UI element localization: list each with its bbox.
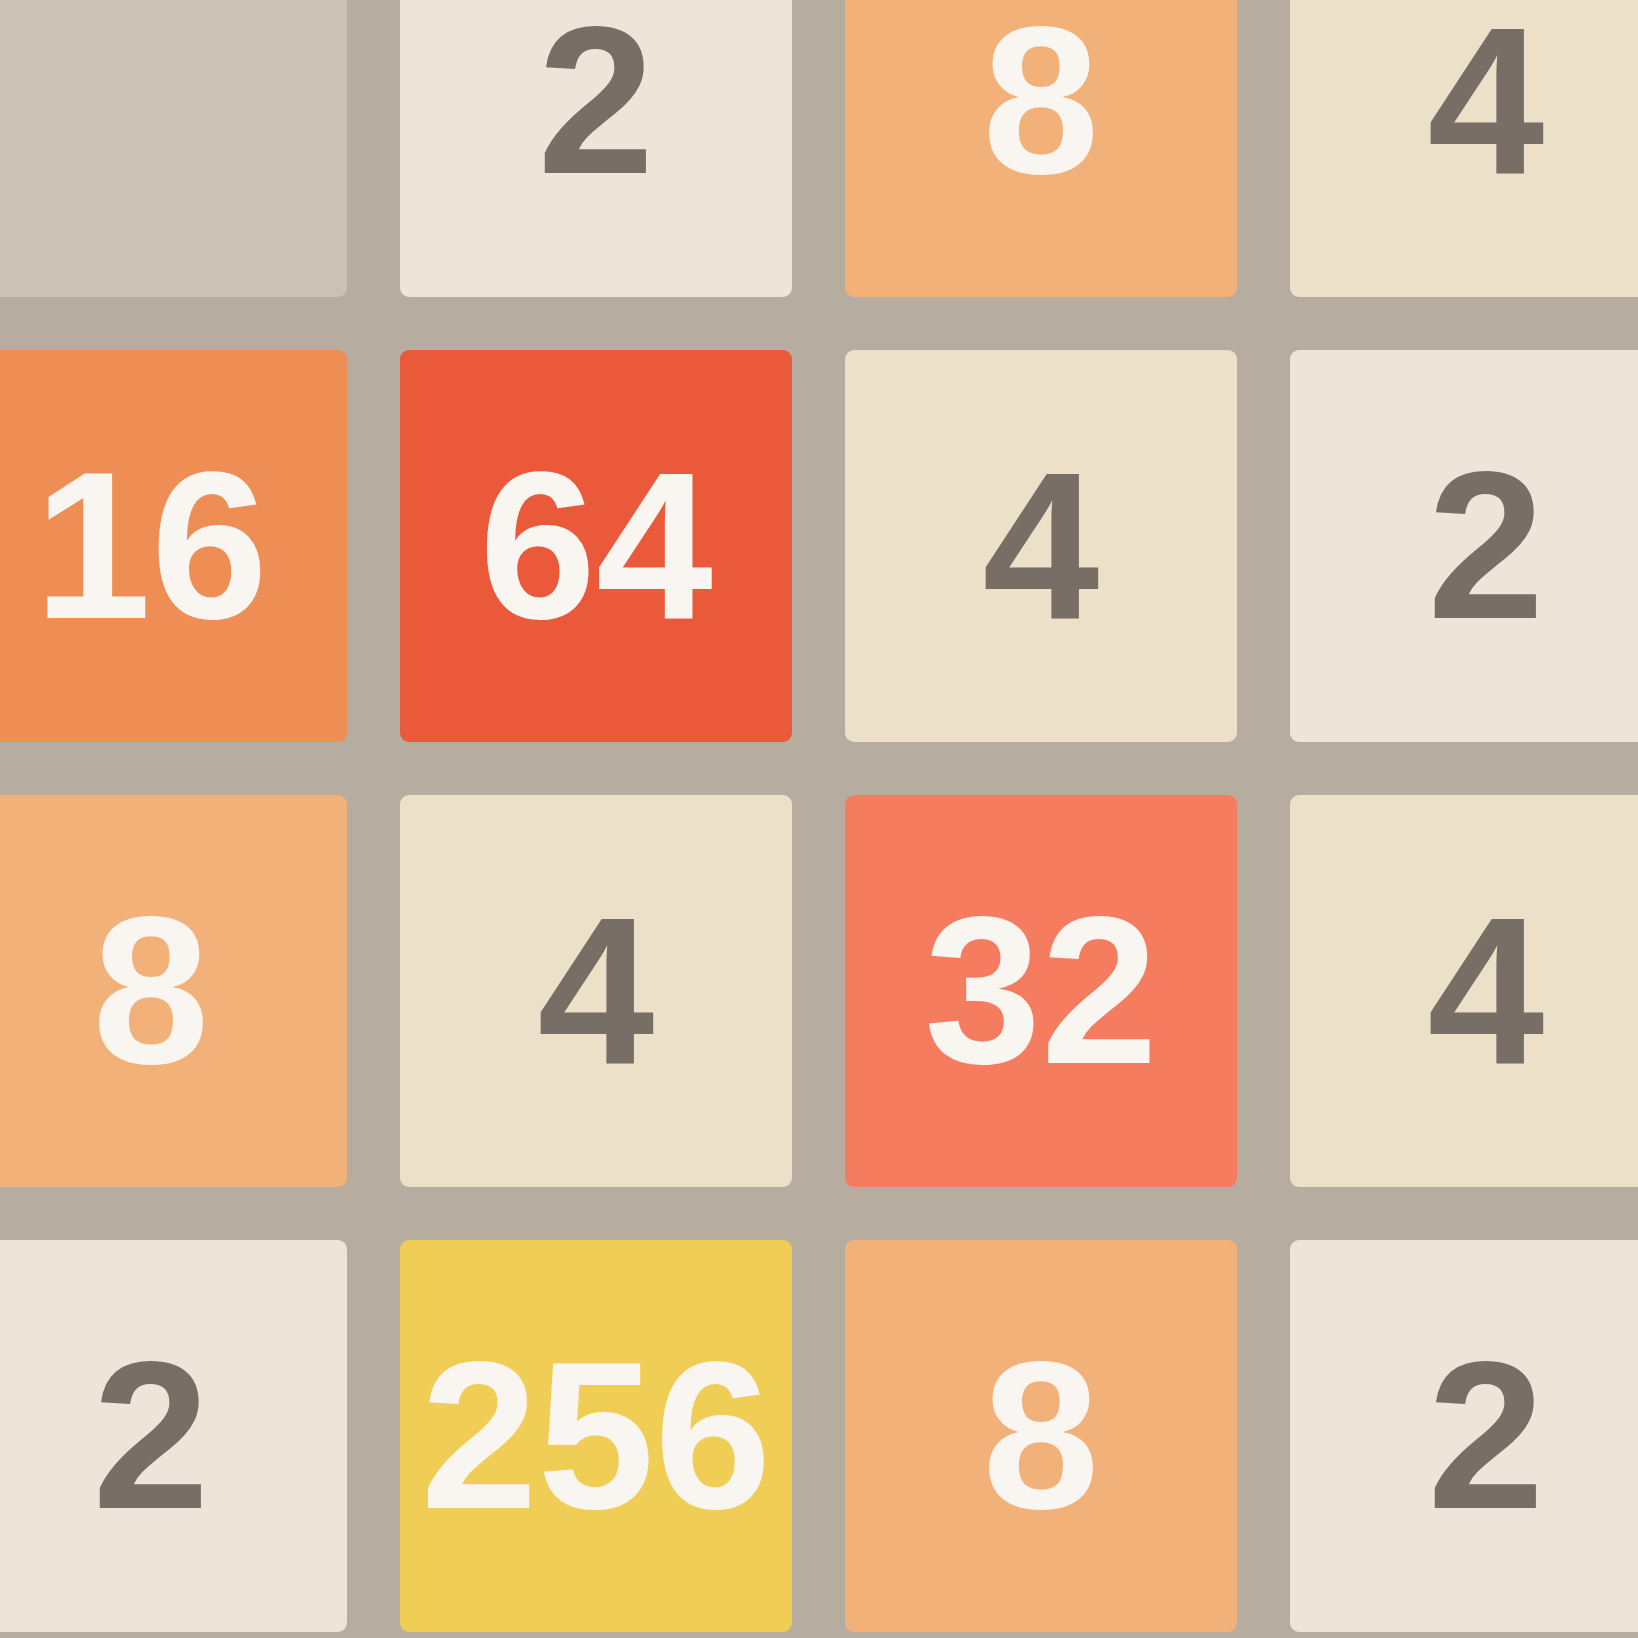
tile-4: 4: [400, 795, 792, 1187]
tile-4: 4: [1290, 0, 1638, 297]
board-grid[interactable]: 28416644284324225682: [0, 0, 1638, 1632]
tile-4: 4: [1290, 795, 1638, 1187]
empty-cell: [0, 0, 347, 297]
tile-4: 4: [845, 350, 1237, 742]
tile-8: 8: [845, 1240, 1237, 1632]
tile-64: 64: [400, 350, 792, 742]
tile-2: 2: [400, 0, 792, 297]
tile-2: 2: [0, 1240, 347, 1632]
tile-32: 32: [845, 795, 1237, 1187]
game-2048-viewport: 28416644284324225682: [0, 0, 1638, 1638]
tile-2: 2: [1290, 350, 1638, 742]
tile-16: 16: [0, 350, 347, 742]
tile-256: 256: [400, 1240, 792, 1632]
tile-8: 8: [0, 795, 347, 1187]
tile-8: 8: [845, 0, 1237, 297]
tile-2: 2: [1290, 1240, 1638, 1632]
